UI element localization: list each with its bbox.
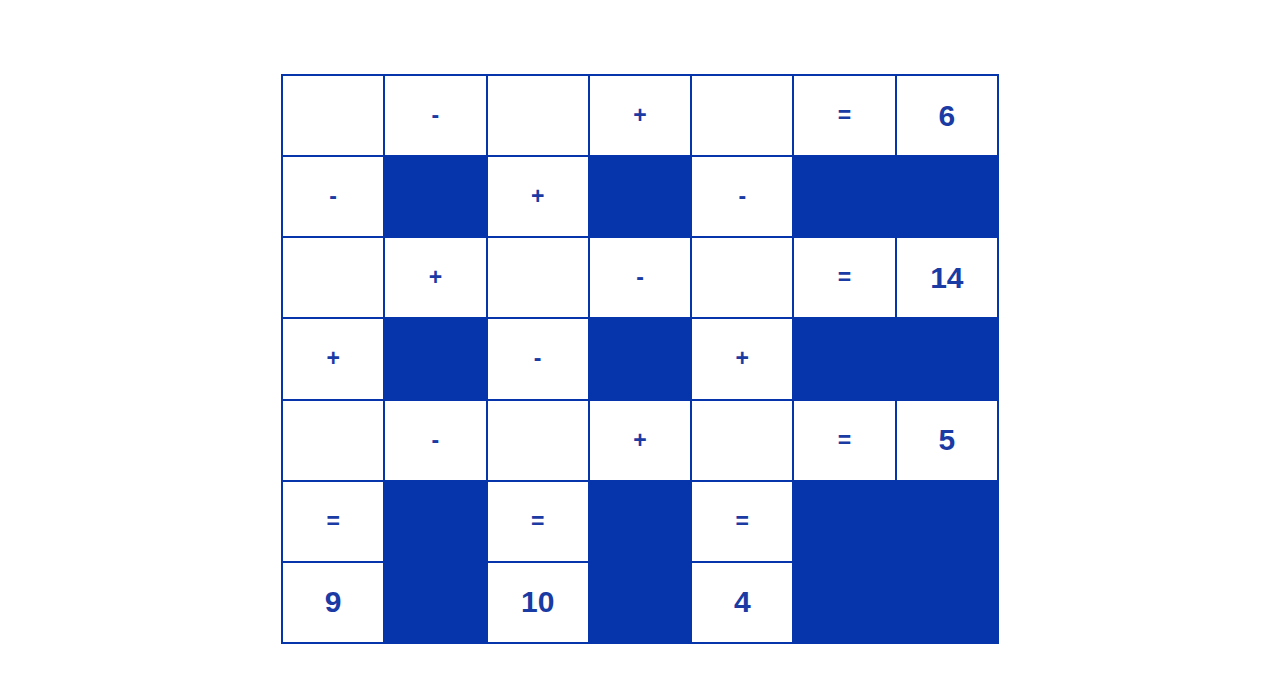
blocked-cell-r6c7 [897,482,997,561]
blocked-cell-r6c6 [794,482,894,561]
blocked-cell-r7c2 [385,563,485,642]
clue-cell-r6c3: = [488,482,588,561]
clue-cell-r1c2: - [385,76,485,155]
blocked-cell-r7c6 [794,563,894,642]
entry-cell-r5c5[interactable] [692,401,792,480]
blocked-cell-r7c4 [590,563,690,642]
clue-cell-r5c7: 5 [897,401,997,480]
blocked-cell-r2c2 [385,157,485,236]
clue-cell-r5c2: - [385,401,485,480]
blocked-cell-r4c2 [385,319,485,398]
entry-cell-r3c5[interactable] [692,238,792,317]
clue-cell-r5c6: = [794,401,894,480]
clue-cell-r6c5: = [692,482,792,561]
clue-cell-r3c6: = [794,238,894,317]
clue-cell-r3c4: - [590,238,690,317]
clue-cell-r7c3: 10 [488,563,588,642]
clue-cell-r7c1: 9 [283,563,383,642]
clue-cell-r4c1: + [283,319,383,398]
entry-cell-r5c1[interactable] [283,401,383,480]
blocked-cell-r6c2 [385,482,485,561]
blocked-cell-r2c6 [794,157,894,236]
clue-cell-r2c1: - [283,157,383,236]
clue-cell-r3c7: 14 [897,238,997,317]
clue-cell-r7c5: 4 [692,563,792,642]
clue-cell-r3c2: + [385,238,485,317]
clue-cell-r6c1: = [283,482,383,561]
blocked-cell-r4c4 [590,319,690,398]
clue-cell-r1c4: + [590,76,690,155]
clue-cell-r2c3: + [488,157,588,236]
entry-cell-r1c3[interactable] [488,76,588,155]
clue-cell-r4c5: + [692,319,792,398]
entry-cell-r1c1[interactable] [283,76,383,155]
clue-cell-r1c6: = [794,76,894,155]
entry-cell-r3c1[interactable] [283,238,383,317]
blocked-cell-r4c6 [794,319,894,398]
blocked-cell-r6c4 [590,482,690,561]
blocked-cell-r2c7 [897,157,997,236]
clue-cell-r4c3: - [488,319,588,398]
blocked-cell-r4c7 [897,319,997,398]
clue-cell-r5c4: + [590,401,690,480]
clue-cell-r2c5: - [692,157,792,236]
clue-cell-r1c7: 6 [897,76,997,155]
entry-cell-r3c3[interactable] [488,238,588,317]
blocked-cell-r2c4 [590,157,690,236]
blocked-cell-r7c7 [897,563,997,642]
entry-cell-r5c3[interactable] [488,401,588,480]
entry-cell-r1c5[interactable] [692,76,792,155]
puzzle-grid: -+=6-+-+-=14+-+-+=5===9104 [281,74,999,644]
